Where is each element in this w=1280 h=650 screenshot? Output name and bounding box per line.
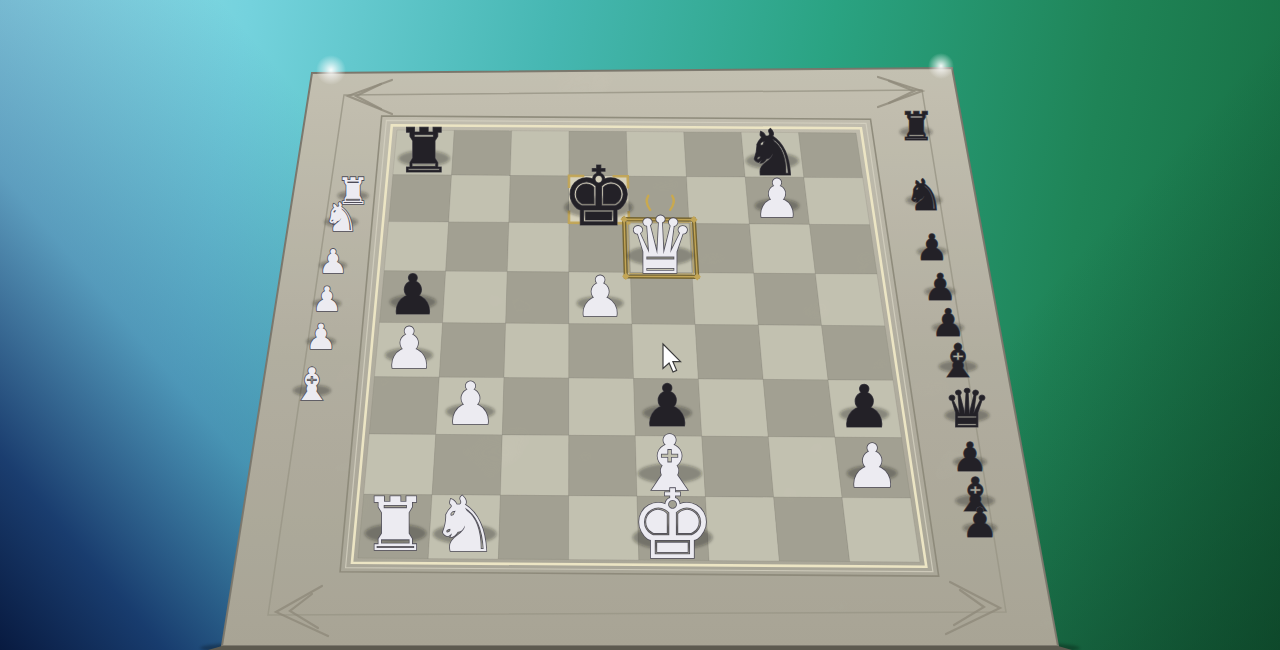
light-glint-left — [316, 55, 346, 85]
light-glint-right — [928, 53, 954, 79]
piece-black-rook-a8[interactable]: ♜ — [396, 115, 451, 187]
captured-white-p-3: ♟ — [312, 279, 342, 319]
captured-black-p-2: ♟ — [916, 227, 948, 268]
piece-white-queen-e6[interactable]: ♛ — [625, 200, 696, 292]
captured-white-p-2: ♟ — [318, 242, 348, 281]
board-front-face — [208, 646, 1072, 650]
piece-white-pawn-h2[interactable]: ♟ — [845, 431, 899, 501]
piece-white-pawn-b3[interactable]: ♟ — [444, 370, 496, 438]
piece-white-knight-b1[interactable]: ♞ — [431, 481, 499, 569]
captured-black-r-0: ♜ — [899, 104, 934, 149]
piece-white-pawn-g7[interactable]: ♟ — [753, 168, 800, 229]
captured-black-n-1: ♞ — [905, 170, 944, 220]
captured-white-p-4: ♟ — [305, 317, 336, 357]
piece-white-pawn-a4[interactable]: ♟ — [383, 315, 434, 381]
captured-white-b-5: ♝ — [292, 358, 332, 411]
captured-black-p-9: ♟ — [962, 499, 999, 547]
captured-white-n-1: ♞ — [323, 194, 359, 240]
piece-white-pawn-d5[interactable]: ♟ — [575, 264, 625, 329]
piece-white-rook-a1[interactable]: ♜ — [363, 482, 429, 567]
chess-board-3d: 3D chess board (Chess Titans style) — [0, 0, 1280, 650]
captured-black-q-6: ♛ — [943, 378, 991, 439]
piece-white-king-e1[interactable]: ♚ — [630, 469, 716, 581]
game-window: 3D chess board (Chess Titans style) — [0, 0, 1280, 650]
